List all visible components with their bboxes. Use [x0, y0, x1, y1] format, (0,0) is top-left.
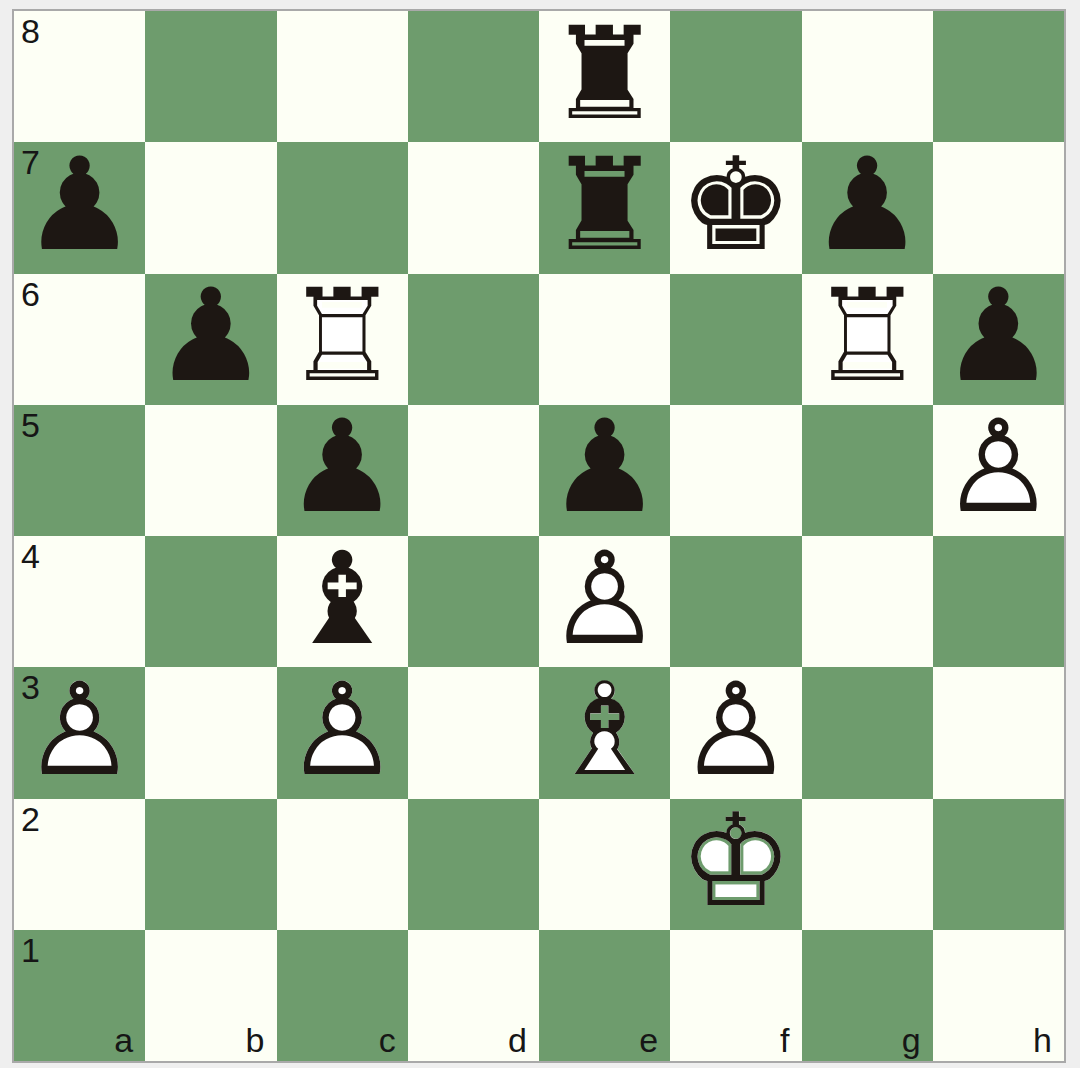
square-g4[interactable]	[802, 536, 933, 667]
square-d1[interactable]: d	[408, 930, 539, 1061]
rank-label-8: 8	[21, 13, 40, 50]
white-rook[interactable]: ♜♖	[277, 274, 408, 405]
square-b4[interactable]	[145, 536, 276, 667]
black-pawn-glyph: ♟	[810, 141, 925, 269]
file-label-c: c	[379, 1022, 396, 1059]
square-a1[interactable]: 1a	[14, 930, 145, 1061]
white-pawn-glyph-outline: ♙	[941, 404, 1056, 532]
black-rook-glyph: ♜	[547, 10, 662, 138]
black-pawn-glyph: ♟	[547, 404, 662, 532]
square-h4[interactable]	[933, 536, 1064, 667]
square-f7[interactable]: ♚	[670, 142, 801, 273]
white-rook-glyph-outline: ♖	[810, 273, 925, 401]
square-b3[interactable]	[145, 667, 276, 798]
white-pawn[interactable]: ♟♙	[933, 405, 1064, 536]
file-label-h: h	[1033, 1022, 1052, 1059]
square-e8[interactable]: ♜	[539, 11, 670, 142]
square-b6[interactable]: ♟	[145, 274, 276, 405]
black-rook-glyph: ♜	[547, 141, 662, 269]
square-d3[interactable]	[408, 667, 539, 798]
square-f6[interactable]	[670, 274, 801, 405]
square-f2[interactable]: ♚♔	[670, 799, 801, 930]
chess-board: 8♜7♟♜♚♟6♟♜♖♜♖♟5♟♟♟♙4♝♟♙3♟♙♟♙♝♗♟♙2♚♔1abcd…	[14, 11, 1064, 1061]
square-d5[interactable]	[408, 405, 539, 536]
rank-label-6: 6	[21, 276, 40, 313]
square-e6[interactable]	[539, 274, 670, 405]
square-b1[interactable]: b	[145, 930, 276, 1061]
white-pawn-glyph-outline: ♙	[547, 535, 662, 663]
square-e1[interactable]: e	[539, 930, 670, 1061]
white-rook-glyph-outline: ♖	[285, 273, 400, 401]
white-pawn-glyph-outline: ♙	[285, 666, 400, 794]
square-e5[interactable]: ♟	[539, 405, 670, 536]
white-bishop-glyph-outline: ♗	[547, 666, 662, 794]
white-bishop[interactable]: ♝♗	[539, 667, 670, 798]
file-label-f: f	[780, 1022, 789, 1059]
square-f5[interactable]	[670, 405, 801, 536]
black-pawn[interactable]: ♟	[277, 405, 408, 536]
square-a6[interactable]: 6	[14, 274, 145, 405]
file-label-e: e	[639, 1022, 658, 1059]
square-h8[interactable]	[933, 11, 1064, 142]
square-d7[interactable]	[408, 142, 539, 273]
square-h3[interactable]	[933, 667, 1064, 798]
white-pawn[interactable]: ♟♙	[277, 667, 408, 798]
square-h1[interactable]: h	[933, 930, 1064, 1061]
square-g6[interactable]: ♜♖	[802, 274, 933, 405]
square-c3[interactable]: ♟♙	[277, 667, 408, 798]
black-pawn[interactable]: ♟	[14, 142, 145, 273]
square-c2[interactable]	[277, 799, 408, 930]
square-a5[interactable]: 5	[14, 405, 145, 536]
square-a4[interactable]: 4	[14, 536, 145, 667]
square-g8[interactable]	[802, 11, 933, 142]
black-king-glyph: ♚	[679, 141, 794, 269]
rank-label-2: 2	[21, 801, 40, 838]
white-king-glyph-outline: ♔	[679, 798, 794, 926]
white-pawn[interactable]: ♟♙	[14, 667, 145, 798]
black-pawn[interactable]: ♟	[802, 142, 933, 273]
black-pawn[interactable]: ♟	[539, 405, 670, 536]
rank-label-4: 4	[21, 538, 40, 575]
square-c1[interactable]: c	[277, 930, 408, 1061]
white-pawn-glyph-outline: ♙	[22, 666, 137, 794]
square-a7[interactable]: 7♟	[14, 142, 145, 273]
black-pawn-glyph: ♟	[154, 273, 269, 401]
square-g5[interactable]	[802, 405, 933, 536]
square-b7[interactable]	[145, 142, 276, 273]
square-d2[interactable]	[408, 799, 539, 930]
white-king[interactable]: ♚♔	[670, 799, 801, 930]
black-pawn[interactable]: ♟	[933, 274, 1064, 405]
square-c8[interactable]	[277, 11, 408, 142]
black-rook[interactable]: ♜	[539, 11, 670, 142]
file-label-g: g	[902, 1022, 921, 1059]
white-pawn[interactable]: ♟♙	[670, 667, 801, 798]
chess-board-frame: 8♜7♟♜♚♟6♟♜♖♜♖♟5♟♟♟♙4♝♟♙3♟♙♟♙♝♗♟♙2♚♔1abcd…	[12, 9, 1066, 1063]
white-pawn-glyph-outline: ♙	[679, 666, 794, 794]
square-h5[interactable]: ♟♙	[933, 405, 1064, 536]
square-d6[interactable]	[408, 274, 539, 405]
square-h6[interactable]: ♟	[933, 274, 1064, 405]
square-f1[interactable]: f	[670, 930, 801, 1061]
square-g2[interactable]	[802, 799, 933, 930]
square-a3[interactable]: 3♟♙	[14, 667, 145, 798]
square-g3[interactable]	[802, 667, 933, 798]
black-bishop-glyph: ♝	[285, 535, 400, 663]
black-king[interactable]: ♚	[670, 142, 801, 273]
white-pawn[interactable]: ♟♙	[539, 536, 670, 667]
square-a2[interactable]: 2	[14, 799, 145, 930]
square-b8[interactable]	[145, 11, 276, 142]
square-d8[interactable]	[408, 11, 539, 142]
rank-label-5: 5	[21, 407, 40, 444]
square-e7[interactable]: ♜	[539, 142, 670, 273]
square-f4[interactable]	[670, 536, 801, 667]
black-rook[interactable]: ♜	[539, 142, 670, 273]
file-label-d: d	[508, 1022, 527, 1059]
square-h7[interactable]	[933, 142, 1064, 273]
square-c4[interactable]: ♝	[277, 536, 408, 667]
square-e2[interactable]	[539, 799, 670, 930]
square-h2[interactable]	[933, 799, 1064, 930]
square-e4[interactable]: ♟♙	[539, 536, 670, 667]
file-label-b: b	[246, 1022, 265, 1059]
rank-label-1: 1	[21, 932, 40, 969]
file-label-a: a	[114, 1022, 133, 1059]
square-b2[interactable]	[145, 799, 276, 930]
black-pawn[interactable]: ♟	[145, 274, 276, 405]
white-rook[interactable]: ♜♖	[802, 274, 933, 405]
black-bishop[interactable]: ♝	[277, 536, 408, 667]
square-d4[interactable]	[408, 536, 539, 667]
square-b5[interactable]	[145, 405, 276, 536]
square-a8[interactable]: 8	[14, 11, 145, 142]
square-c7[interactable]	[277, 142, 408, 273]
square-c5[interactable]: ♟	[277, 405, 408, 536]
square-g1[interactable]: g	[802, 930, 933, 1061]
black-pawn-glyph: ♟	[941, 273, 1056, 401]
black-pawn-glyph: ♟	[285, 404, 400, 532]
square-e3[interactable]: ♝♗	[539, 667, 670, 798]
black-pawn-glyph: ♟	[22, 141, 137, 269]
square-f3[interactable]: ♟♙	[670, 667, 801, 798]
square-f8[interactable]	[670, 11, 801, 142]
square-g7[interactable]: ♟	[802, 142, 933, 273]
square-c6[interactable]: ♜♖	[277, 274, 408, 405]
